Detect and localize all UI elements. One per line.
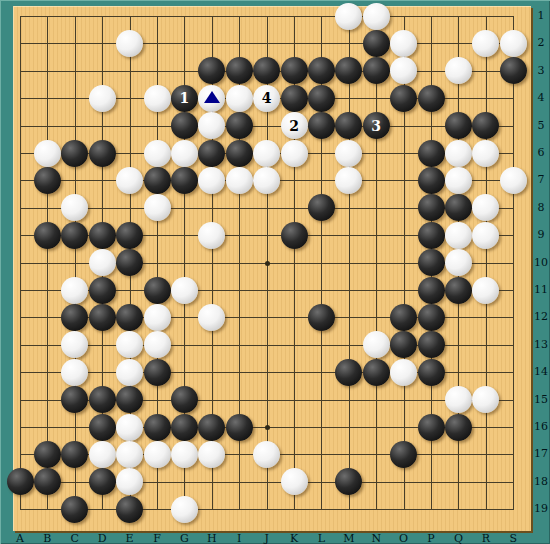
stone-white-H4[interactable]	[198, 85, 225, 112]
stone-black-M18[interactable]	[335, 468, 362, 495]
stone-black-M5[interactable]	[335, 112, 362, 139]
coord-label-col-B: B	[39, 533, 55, 544]
coord-label-col-M: M	[341, 533, 357, 544]
grid-line-vertical	[376, 16, 377, 510]
stone-black-I16[interactable]	[226, 414, 253, 441]
stone-black-P13[interactable]	[418, 331, 445, 358]
stone-white-C11[interactable]	[61, 277, 88, 304]
stone-white-H17[interactable]	[198, 441, 225, 468]
stone-black-G7[interactable]	[171, 167, 198, 194]
stone-black-D11[interactable]	[89, 277, 116, 304]
grid-line-vertical	[513, 16, 514, 510]
stone-white-E16[interactable]	[116, 414, 143, 441]
stone-black-N2[interactable]	[363, 30, 390, 57]
stone-black-P12[interactable]	[418, 304, 445, 331]
stone-white-Q7[interactable]	[445, 167, 472, 194]
stone-black-H16[interactable]	[198, 414, 225, 441]
stone-black-H3[interactable]	[198, 57, 225, 84]
stone-black-Q16[interactable]	[445, 414, 472, 441]
stone-white-M6[interactable]	[335, 140, 362, 167]
stone-black-K4[interactable]	[281, 85, 308, 112]
coord-label-row-17: 17	[533, 448, 549, 460]
stone-white-J4[interactable]: 4	[253, 85, 280, 112]
coord-label-col-O: O	[396, 533, 412, 544]
coord-label-col-R: R	[478, 533, 494, 544]
stone-black-L4[interactable]	[308, 85, 335, 112]
stone-black-E9[interactable]	[116, 222, 143, 249]
coord-label-row-10: 10	[533, 257, 549, 269]
coord-label-col-S: S	[505, 533, 521, 544]
move-number-3: 3	[371, 119, 381, 133]
stone-white-E2[interactable]	[116, 30, 143, 57]
coord-label-col-F: F	[149, 533, 165, 544]
stone-black-Q5[interactable]	[445, 112, 472, 139]
coord-label-row-18: 18	[533, 476, 549, 488]
stone-black-N14[interactable]	[363, 359, 390, 386]
star-point-J10	[265, 261, 270, 266]
stone-white-Q3[interactable]	[445, 57, 472, 84]
stone-white-F8[interactable]	[144, 194, 171, 221]
coord-label-row-1: 1	[533, 10, 549, 22]
stone-white-H12[interactable]	[198, 304, 225, 331]
coord-label-row-9: 9	[533, 229, 549, 241]
stone-white-M7[interactable]	[335, 167, 362, 194]
stone-white-F6[interactable]	[144, 140, 171, 167]
stone-white-D4[interactable]	[89, 85, 116, 112]
stone-black-P11[interactable]	[418, 277, 445, 304]
stone-black-O17[interactable]	[390, 441, 417, 468]
stone-black-N5[interactable]: 3	[363, 112, 390, 139]
coord-label-col-D: D	[94, 533, 110, 544]
stone-white-M1[interactable]	[335, 3, 362, 30]
coord-label-col-G: G	[176, 533, 192, 544]
coord-label-col-Q: Q	[450, 533, 466, 544]
stone-white-J7[interactable]	[253, 167, 280, 194]
stone-black-G5[interactable]	[171, 112, 198, 139]
stone-white-S7[interactable]	[500, 167, 527, 194]
stone-black-I3[interactable]	[226, 57, 253, 84]
stone-black-L8[interactable]	[308, 194, 335, 221]
stone-white-H5[interactable]	[198, 112, 225, 139]
coord-label-row-8: 8	[533, 202, 549, 214]
stone-black-P16[interactable]	[418, 414, 445, 441]
coord-label-row-14: 14	[533, 366, 549, 378]
stone-black-P14[interactable]	[418, 359, 445, 386]
coord-label-col-L: L	[313, 533, 329, 544]
stone-white-R15[interactable]	[472, 386, 499, 413]
stone-white-Q10[interactable]	[445, 249, 472, 276]
stone-black-O13[interactable]	[390, 331, 417, 358]
stone-black-M3[interactable]	[335, 57, 362, 84]
stone-black-B7[interactable]	[34, 167, 61, 194]
stone-black-L12[interactable]	[308, 304, 335, 331]
stone-black-Q11[interactable]	[445, 277, 472, 304]
stone-black-O4[interactable]	[390, 85, 417, 112]
stone-black-G4[interactable]: 1	[171, 85, 198, 112]
coord-label-col-J: J	[259, 533, 275, 544]
stone-black-D12[interactable]	[89, 304, 116, 331]
move-number-4: 4	[262, 91, 272, 105]
stone-black-F11[interactable]	[144, 277, 171, 304]
stone-black-F16[interactable]	[144, 414, 171, 441]
stone-black-P8[interactable]	[418, 194, 445, 221]
stone-white-O2[interactable]	[390, 30, 417, 57]
stone-black-D18[interactable]	[89, 468, 116, 495]
stone-white-O14[interactable]	[390, 359, 417, 386]
stone-black-R5[interactable]	[472, 112, 499, 139]
stone-black-N3[interactable]	[363, 57, 390, 84]
stone-white-I7[interactable]	[226, 167, 253, 194]
star-point-J16	[265, 425, 270, 430]
stone-black-S3[interactable]	[500, 57, 527, 84]
coord-label-row-11: 11	[533, 284, 549, 296]
stone-black-P6[interactable]	[418, 140, 445, 167]
stone-white-B6[interactable]	[34, 140, 61, 167]
coord-label-col-K: K	[286, 533, 302, 544]
stone-black-F7[interactable]	[144, 167, 171, 194]
stone-white-R8[interactable]	[472, 194, 499, 221]
stone-white-E17[interactable]	[116, 441, 143, 468]
stone-white-Q15[interactable]	[445, 386, 472, 413]
stone-white-D17[interactable]	[89, 441, 116, 468]
stone-white-F12[interactable]	[144, 304, 171, 331]
stone-black-K9[interactable]	[281, 222, 308, 249]
stone-black-H6[interactable]	[198, 140, 225, 167]
coord-label-row-16: 16	[533, 421, 549, 433]
stone-white-G17[interactable]	[171, 441, 198, 468]
stone-black-B17[interactable]	[34, 441, 61, 468]
stone-black-J3[interactable]	[253, 57, 280, 84]
stone-black-E10[interactable]	[116, 249, 143, 276]
stone-black-P10[interactable]	[418, 249, 445, 276]
stone-white-K5[interactable]: 2	[281, 112, 308, 139]
stone-white-J17[interactable]	[253, 441, 280, 468]
coord-label-row-3: 3	[533, 65, 549, 77]
stone-white-E14[interactable]	[116, 359, 143, 386]
stone-white-K6[interactable]	[281, 140, 308, 167]
stone-white-E13[interactable]	[116, 331, 143, 358]
stone-white-J6[interactable]	[253, 140, 280, 167]
stone-black-E12[interactable]	[116, 304, 143, 331]
stone-white-R6[interactable]	[472, 140, 499, 167]
goban[interactable]: 1423	[13, 6, 531, 531]
stone-black-K3[interactable]	[281, 57, 308, 84]
coord-label-col-H: H	[204, 533, 220, 544]
stone-black-C17[interactable]	[61, 441, 88, 468]
coord-label-row-7: 7	[533, 174, 549, 186]
stone-white-G19[interactable]	[171, 496, 198, 523]
stone-black-M14[interactable]	[335, 359, 362, 386]
stone-black-P9[interactable]	[418, 222, 445, 249]
stone-black-D9[interactable]	[89, 222, 116, 249]
stone-black-C15[interactable]	[61, 386, 88, 413]
stone-black-G16[interactable]	[171, 414, 198, 441]
stone-white-N1[interactable]	[363, 3, 390, 30]
stone-white-C13[interactable]	[61, 331, 88, 358]
stone-white-F4[interactable]	[144, 85, 171, 112]
move-number-1: 1	[180, 91, 190, 105]
stone-white-I4[interactable]	[226, 85, 253, 112]
triangle-marker-icon	[204, 91, 220, 103]
stone-white-D10[interactable]	[89, 249, 116, 276]
stone-white-N13[interactable]	[363, 331, 390, 358]
stone-white-G6[interactable]	[171, 140, 198, 167]
stone-black-A18[interactable]	[7, 468, 34, 495]
stone-black-C12[interactable]	[61, 304, 88, 331]
stone-black-C19[interactable]	[61, 496, 88, 523]
stone-black-P7[interactable]	[418, 167, 445, 194]
stone-white-Q9[interactable]	[445, 222, 472, 249]
stone-black-D16[interactable]	[89, 414, 116, 441]
coord-label-row-19: 19	[533, 503, 549, 515]
coord-label-row-12: 12	[533, 311, 549, 323]
coord-label-col-A: A	[12, 533, 28, 544]
stone-white-S2[interactable]	[500, 30, 527, 57]
stone-white-K18[interactable]	[281, 468, 308, 495]
coord-label-row-6: 6	[533, 147, 549, 159]
coord-label-row-13: 13	[533, 339, 549, 351]
stone-black-F14[interactable]	[144, 359, 171, 386]
stone-white-H7[interactable]	[198, 167, 225, 194]
stone-black-G15[interactable]	[171, 386, 198, 413]
grid-line-horizontal	[20, 509, 514, 510]
stone-white-Q6[interactable]	[445, 140, 472, 167]
stone-white-R9[interactable]	[472, 222, 499, 249]
stone-black-L5[interactable]	[308, 112, 335, 139]
stone-white-E18[interactable]	[116, 468, 143, 495]
stone-black-E19[interactable]	[116, 496, 143, 523]
stone-black-I6[interactable]	[226, 140, 253, 167]
coord-label-row-4: 4	[533, 92, 549, 104]
stone-white-H9[interactable]	[198, 222, 225, 249]
stone-white-C8[interactable]	[61, 194, 88, 221]
move-number-2: 2	[289, 119, 299, 133]
grid-line-vertical	[486, 16, 487, 510]
go-diagram-window: 1423 ABCDEFGHIJKLMNOPQRS1234567891011121…	[0, 0, 550, 544]
coord-label-row-5: 5	[533, 120, 549, 132]
stone-white-F17[interactable]	[144, 441, 171, 468]
stone-white-G11[interactable]	[171, 277, 198, 304]
stone-white-R2[interactable]	[472, 30, 499, 57]
stone-white-R11[interactable]	[472, 277, 499, 304]
stone-black-D15[interactable]	[89, 386, 116, 413]
coord-label-row-15: 15	[533, 394, 549, 406]
stone-black-C9[interactable]	[61, 222, 88, 249]
stone-white-F13[interactable]	[144, 331, 171, 358]
stone-black-P4[interactable]	[418, 85, 445, 112]
stone-black-B18[interactable]	[34, 468, 61, 495]
coord-label-col-E: E	[122, 533, 138, 544]
stone-black-D6[interactable]	[89, 140, 116, 167]
stone-black-C6[interactable]	[61, 140, 88, 167]
stone-white-C14[interactable]	[61, 359, 88, 386]
coord-label-col-C: C	[67, 533, 83, 544]
stone-black-Q8[interactable]	[445, 194, 472, 221]
stone-black-I5[interactable]	[226, 112, 253, 139]
stone-black-E15[interactable]	[116, 386, 143, 413]
coord-label-col-P: P	[423, 533, 439, 544]
coord-label-col-N: N	[368, 533, 384, 544]
grid-line-vertical	[349, 16, 350, 510]
stone-black-B9[interactable]	[34, 222, 61, 249]
stone-white-E7[interactable]	[116, 167, 143, 194]
stone-black-O12[interactable]	[390, 304, 417, 331]
stone-white-O3[interactable]	[390, 57, 417, 84]
stone-black-L3[interactable]	[308, 57, 335, 84]
coord-label-row-2: 2	[533, 37, 549, 49]
coord-label-col-I: I	[231, 533, 247, 544]
